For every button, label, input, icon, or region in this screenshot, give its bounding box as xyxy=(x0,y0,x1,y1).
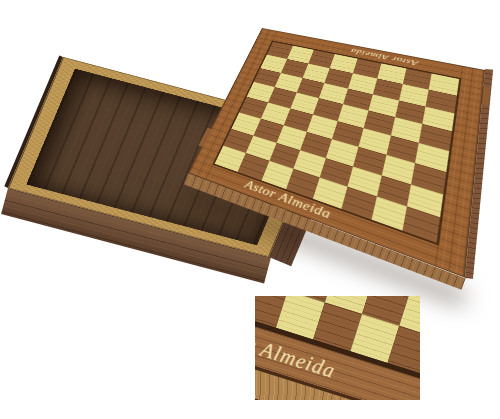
product-photo: Astor Almeida Astor Almeida Astor Almeid… xyxy=(0,0,500,419)
inset-detail-photo: Astor Almeida xyxy=(255,296,420,400)
inset-board-corner: Astor Almeida xyxy=(255,296,420,400)
